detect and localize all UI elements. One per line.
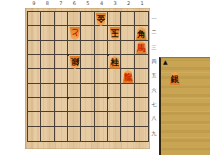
- rank-label: 三: [150, 40, 158, 54]
- board-cell-6-8[interactable]: [68, 112, 81, 126]
- board-cell-3-5[interactable]: [108, 69, 121, 83]
- board-cell-4-3[interactable]: [95, 41, 108, 55]
- board-cell-1-8[interactable]: [135, 112, 148, 126]
- board-cell-6-7[interactable]: [68, 98, 81, 112]
- rank-label: 二: [150, 25, 158, 39]
- board-cell-8-2[interactable]: [41, 26, 54, 40]
- board-cell-9-5[interactable]: [28, 69, 41, 83]
- board-cell-4-6[interactable]: [95, 84, 108, 98]
- board-cell-2-3[interactable]: [121, 41, 134, 55]
- board-cell-1-4[interactable]: [135, 55, 148, 69]
- board-cell-4-5[interactable]: [95, 69, 108, 83]
- board-cell-8-5[interactable]: [41, 69, 54, 83]
- file-label: 5: [81, 0, 95, 7]
- board-cell-2-8[interactable]: [121, 112, 134, 126]
- board-cell-8-9[interactable]: [41, 127, 54, 141]
- board-cell-5-2[interactable]: [81, 26, 94, 40]
- rank-label: 八: [150, 111, 158, 125]
- board-cell-5-1[interactable]: [81, 12, 94, 26]
- board-cell-2-7[interactable]: [121, 98, 134, 112]
- board-cell-8-1[interactable]: [41, 12, 54, 26]
- board-cell-4-9[interactable]: [95, 127, 108, 141]
- board-cell-7-1[interactable]: [55, 12, 68, 26]
- rank-label: 四: [150, 54, 158, 68]
- board-cell-5-9[interactable]: [81, 127, 94, 141]
- board-cell-3-3[interactable]: [108, 41, 121, 55]
- board-cell-8-3[interactable]: [41, 41, 54, 55]
- board-cell-1-6[interactable]: [135, 84, 148, 98]
- board-cell-8-8[interactable]: [41, 112, 54, 126]
- board-cell-6-9[interactable]: [68, 127, 81, 141]
- board-cell-9-4[interactable]: [28, 55, 41, 69]
- board-cell-1-9[interactable]: [135, 127, 148, 141]
- board-cell-8-7[interactable]: [41, 98, 54, 112]
- board-cell-5-4[interactable]: [81, 55, 94, 69]
- board-cell-2-4[interactable]: [121, 55, 134, 69]
- rank-label: 五: [150, 68, 158, 82]
- board-cell-9-2[interactable]: [28, 26, 41, 40]
- file-label: 4: [95, 0, 109, 7]
- board-cell-7-9[interactable]: [55, 127, 68, 141]
- rank-label: 九: [150, 126, 158, 140]
- board-cell-7-8[interactable]: [55, 112, 68, 126]
- file-label: 3: [108, 0, 122, 7]
- rank-label: 六: [150, 83, 158, 97]
- file-label: 1: [135, 0, 149, 7]
- board-cell-3-7[interactable]: [108, 98, 121, 112]
- board-cell-2-9[interactable]: [121, 127, 134, 141]
- board-cell-3-9[interactable]: [108, 127, 121, 141]
- shogi-app-screen: 987654321 金と玉角馬銀桂龍 一二三四五六七八九 ▲ 銀: [0, 0, 210, 155]
- board-cell-1-7[interactable]: [135, 98, 148, 112]
- file-label: 2: [122, 0, 136, 7]
- board-cell-6-3[interactable]: [68, 41, 81, 55]
- komadai-sente: ▲ 銀: [159, 57, 210, 155]
- board-grid: 金と玉角馬銀桂龍: [27, 11, 149, 142]
- board-cell-2-2[interactable]: [121, 26, 134, 40]
- board-cell-9-7[interactable]: [28, 98, 41, 112]
- board-cell-7-2[interactable]: [55, 26, 68, 40]
- shogi-board: 金と玉角馬銀桂龍: [25, 8, 150, 149]
- file-label: 6: [68, 0, 82, 7]
- board-cell-9-6[interactable]: [28, 84, 41, 98]
- sente-marker-icon: ▲: [163, 58, 168, 66]
- board-cell-5-7[interactable]: [81, 98, 94, 112]
- file-label: 9: [27, 0, 41, 7]
- board-cell-7-5[interactable]: [55, 69, 68, 83]
- board-cell-5-3[interactable]: [81, 41, 94, 55]
- hand-piece-silver[interactable]: 銀: [169, 72, 181, 85]
- board-cell-7-7[interactable]: [55, 98, 68, 112]
- board-cell-6-6[interactable]: [68, 84, 81, 98]
- board-cell-1-1[interactable]: [135, 12, 148, 26]
- board-cell-5-8[interactable]: [81, 112, 94, 126]
- rank-label: 七: [150, 97, 158, 111]
- board-cell-5-5[interactable]: [81, 69, 94, 83]
- board-cell-8-4[interactable]: [41, 55, 54, 69]
- rank-label: 一: [150, 11, 158, 25]
- board-cell-4-4[interactable]: [95, 55, 108, 69]
- board-cell-7-6[interactable]: [55, 84, 68, 98]
- board-cell-3-1[interactable]: [108, 12, 121, 26]
- board-cell-5-6[interactable]: [81, 84, 94, 98]
- rank-labels: 一二三四五六七八九: [150, 11, 158, 140]
- board-cell-9-9[interactable]: [28, 127, 41, 141]
- board-cell-7-4[interactable]: [55, 55, 68, 69]
- sente-hand-area: 銀: [161, 68, 210, 155]
- board-cell-8-6[interactable]: [41, 84, 54, 98]
- file-label: 8: [41, 0, 55, 7]
- board-cell-1-5[interactable]: [135, 69, 148, 83]
- board-cell-9-8[interactable]: [28, 112, 41, 126]
- board-cell-3-8[interactable]: [108, 112, 121, 126]
- board-cell-3-6[interactable]: [108, 84, 121, 98]
- board-cell-4-2[interactable]: [95, 26, 108, 40]
- board-cell-4-8[interactable]: [95, 112, 108, 126]
- board-cell-9-3[interactable]: [28, 41, 41, 55]
- file-labels: 987654321: [27, 0, 149, 7]
- board-cell-2-6[interactable]: [121, 84, 134, 98]
- file-label: 7: [54, 0, 68, 7]
- board-cell-2-1[interactable]: [121, 12, 134, 26]
- board-cell-9-1[interactable]: [28, 12, 41, 26]
- board-cell-4-7[interactable]: [95, 98, 108, 112]
- board-cell-6-1[interactable]: [68, 12, 81, 26]
- board-cell-6-5[interactable]: [68, 69, 81, 83]
- board-cell-7-3[interactable]: [55, 41, 68, 55]
